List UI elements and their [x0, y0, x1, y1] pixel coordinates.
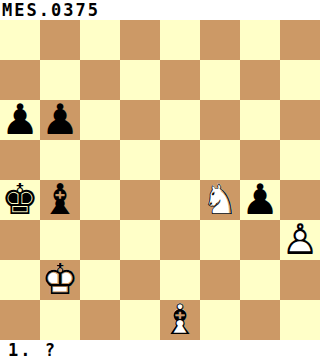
square-g5[interactable]	[240, 140, 280, 180]
white-king: ♚♔	[40, 260, 80, 300]
square-c5[interactable]	[80, 140, 120, 180]
square-h5[interactable]	[280, 140, 320, 180]
square-f6[interactable]	[200, 100, 240, 140]
white-bishop: ♝♗	[160, 300, 200, 340]
square-b6[interactable]: ♟	[40, 100, 80, 140]
square-h6[interactable]	[280, 100, 320, 140]
square-g8[interactable]	[240, 20, 280, 60]
square-h7[interactable]	[280, 60, 320, 100]
square-e6[interactable]	[160, 100, 200, 140]
square-c2[interactable]	[80, 260, 120, 300]
puzzle-id: MES.0375	[0, 0, 100, 20]
square-d7[interactable]	[120, 60, 160, 100]
square-f5[interactable]	[200, 140, 240, 180]
chess-diagram: MES.0375 ♟♟♚♝♞♘♟♟♙♚♔♝♗ 1. ?	[0, 0, 320, 360]
white-pawn: ♟♙	[280, 220, 320, 260]
square-a1[interactable]	[0, 300, 40, 340]
square-f3[interactable]	[200, 220, 240, 260]
square-e2[interactable]	[160, 260, 200, 300]
square-d2[interactable]	[120, 260, 160, 300]
square-c6[interactable]	[80, 100, 120, 140]
square-h1[interactable]	[280, 300, 320, 340]
black-pawn-glyph: ♟	[240, 180, 280, 220]
black-pawn-glyph: ♟	[0, 100, 40, 140]
square-d1[interactable]	[120, 300, 160, 340]
square-c7[interactable]	[80, 60, 120, 100]
black-pawn-glyph: ♟	[40, 100, 80, 140]
black-bishop: ♝	[40, 180, 80, 220]
square-a4[interactable]: ♚	[0, 180, 40, 220]
square-b4[interactable]: ♝	[40, 180, 80, 220]
square-f1[interactable]	[200, 300, 240, 340]
black-king: ♚	[0, 180, 40, 220]
square-e5[interactable]	[160, 140, 200, 180]
square-e8[interactable]	[160, 20, 200, 60]
square-a8[interactable]	[0, 20, 40, 60]
square-b3[interactable]	[40, 220, 80, 260]
chess-board: ♟♟♚♝♞♘♟♟♙♚♔♝♗	[0, 20, 320, 340]
black-king-glyph: ♚	[0, 180, 40, 220]
diagram-footer: 1. ?	[0, 340, 320, 360]
square-e3[interactable]	[160, 220, 200, 260]
white-pawn-outline: ♙	[280, 220, 320, 260]
square-g1[interactable]	[240, 300, 280, 340]
black-pawn: ♟	[240, 180, 280, 220]
square-c3[interactable]	[80, 220, 120, 260]
square-b8[interactable]	[40, 20, 80, 60]
square-h3[interactable]: ♟♙	[280, 220, 320, 260]
square-c4[interactable]	[80, 180, 120, 220]
square-a6[interactable]: ♟	[0, 100, 40, 140]
square-g2[interactable]	[240, 260, 280, 300]
square-f7[interactable]	[200, 60, 240, 100]
square-a7[interactable]	[0, 60, 40, 100]
square-b5[interactable]	[40, 140, 80, 180]
black-pawn: ♟	[40, 100, 80, 140]
square-h8[interactable]	[280, 20, 320, 60]
square-d3[interactable]	[120, 220, 160, 260]
square-g3[interactable]	[240, 220, 280, 260]
square-f2[interactable]	[200, 260, 240, 300]
black-pawn: ♟	[0, 100, 40, 140]
white-bishop-outline: ♗	[160, 300, 200, 340]
square-d4[interactable]	[120, 180, 160, 220]
square-a3[interactable]	[0, 220, 40, 260]
square-b2[interactable]: ♚♔	[40, 260, 80, 300]
square-h4[interactable]	[280, 180, 320, 220]
white-knight: ♞♘	[200, 180, 240, 220]
move-prompt: 1. ?	[0, 340, 57, 360]
white-knight-outline: ♘	[200, 180, 240, 220]
square-d8[interactable]	[120, 20, 160, 60]
square-g4[interactable]: ♟	[240, 180, 280, 220]
square-f8[interactable]	[200, 20, 240, 60]
square-d5[interactable]	[120, 140, 160, 180]
square-c1[interactable]	[80, 300, 120, 340]
square-e7[interactable]	[160, 60, 200, 100]
square-e4[interactable]	[160, 180, 200, 220]
diagram-header: MES.0375	[0, 0, 320, 20]
square-b1[interactable]	[40, 300, 80, 340]
square-a5[interactable]	[0, 140, 40, 180]
square-h2[interactable]	[280, 260, 320, 300]
square-c8[interactable]	[80, 20, 120, 60]
square-e1[interactable]: ♝♗	[160, 300, 200, 340]
square-a2[interactable]	[0, 260, 40, 300]
square-g6[interactable]	[240, 100, 280, 140]
square-d6[interactable]	[120, 100, 160, 140]
square-g7[interactable]	[240, 60, 280, 100]
black-bishop-glyph: ♝	[40, 180, 80, 220]
square-f4[interactable]: ♞♘	[200, 180, 240, 220]
white-king-outline: ♔	[40, 260, 80, 300]
square-b7[interactable]	[40, 60, 80, 100]
